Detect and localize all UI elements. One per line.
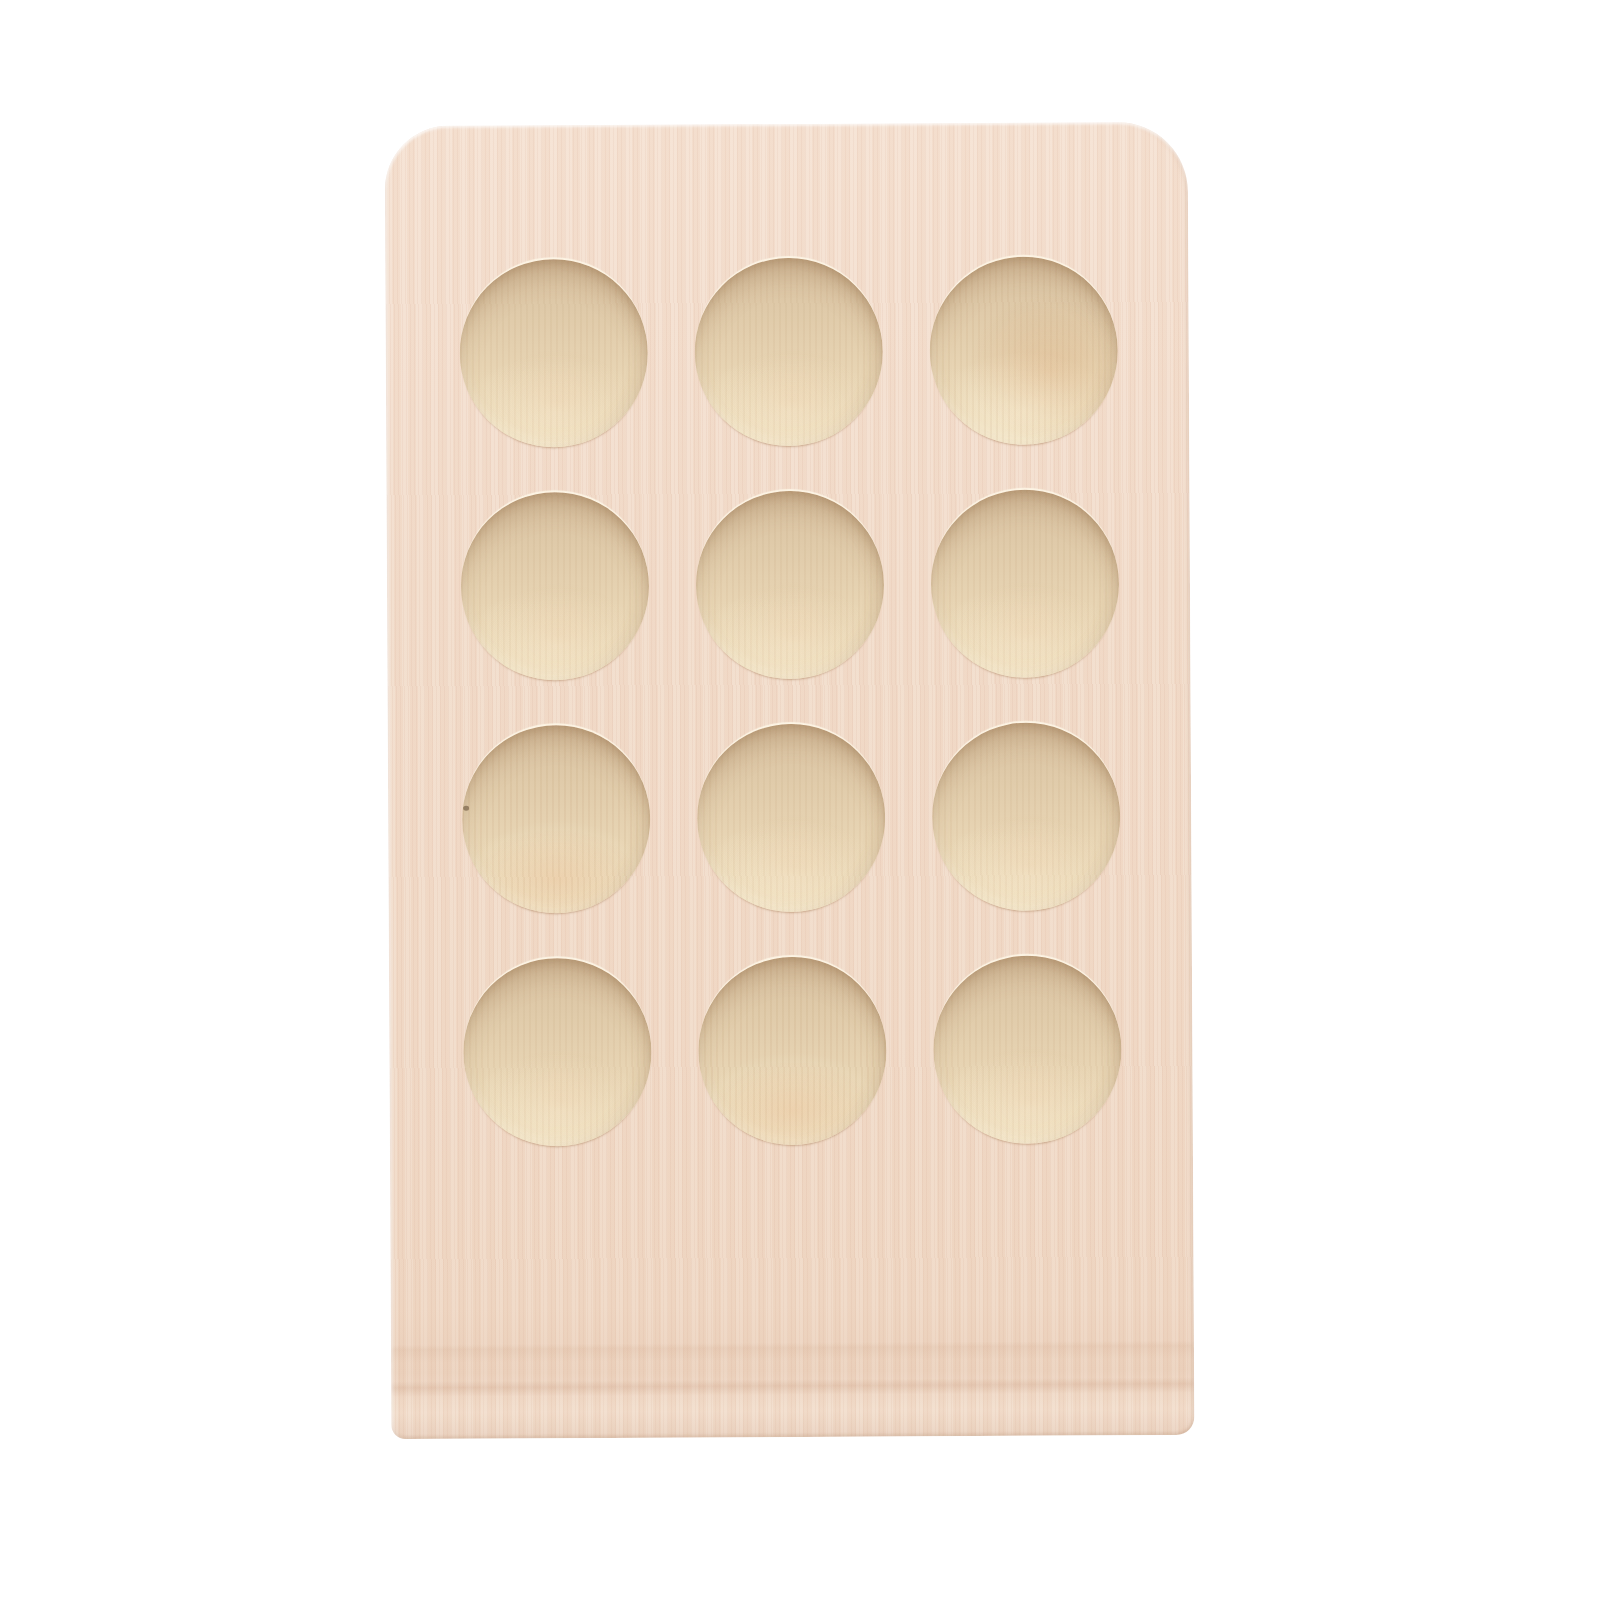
pit-r4c3[interactable] [933,955,1122,1144]
pit-r4c2[interactable] [698,956,887,1145]
product-photo [0,0,1600,1600]
wooden-board [385,122,1195,1439]
pit-r3c2[interactable] [697,724,886,913]
pit-r3c1[interactable] [462,725,651,914]
pit-r1c1[interactable] [459,259,648,448]
pit-r3c3[interactable] [932,722,1121,911]
pit-r1c2[interactable] [694,258,883,447]
pit-r2c3[interactable] [930,489,1119,678]
pit-r4c1[interactable] [463,958,652,1147]
pit-r2c1[interactable] [460,492,649,681]
pit-r1c3[interactable] [929,256,1118,445]
pit-r2c2[interactable] [695,491,884,680]
pit-grid [459,256,1122,1146]
